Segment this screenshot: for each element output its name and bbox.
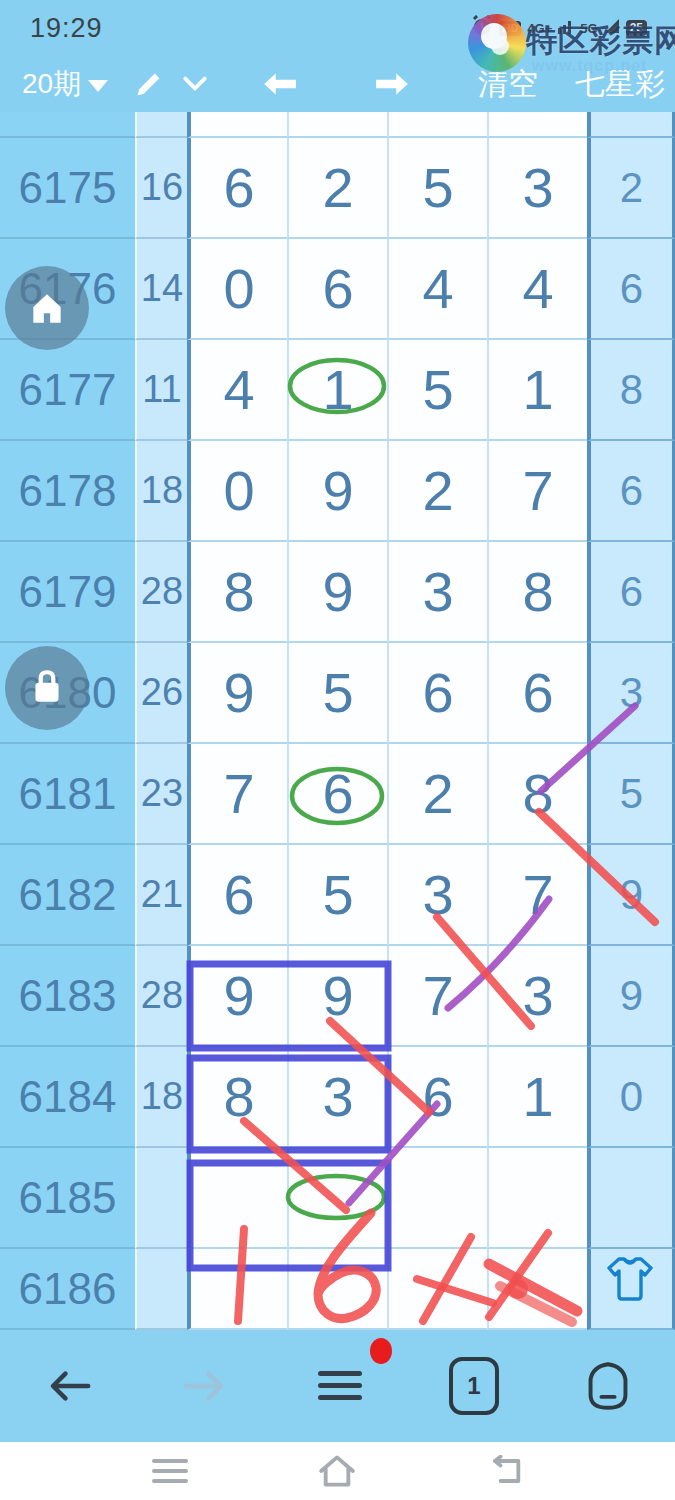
grid-row-6180: 61802695663 [0,643,675,744]
digit-cell[interactable]: 9 [287,946,387,1047]
tail-cell[interactable]: 2 [587,138,675,239]
menu-icon [318,1371,362,1401]
digit-cell[interactable]: 2 [287,138,387,239]
system-menu-icon [152,1459,188,1483]
shirt-skin-button[interactable] [604,1256,656,1306]
grid-row-6185: 6185 [0,1148,675,1249]
digit-cell[interactable]: 4 [487,239,587,340]
digit-cell[interactable] [387,1249,487,1330]
digit-cell[interactable]: 5 [387,340,487,441]
period-cell: 6179 [0,542,135,643]
digit-cell[interactable]: 8 [187,542,287,643]
digit-cell[interactable]: 3 [287,1047,387,1148]
tail-cell[interactable] [587,1148,675,1249]
digit-cell[interactable]: 3 [387,845,487,946]
digit-cell[interactable]: 7 [187,744,287,845]
digit-cell[interactable]: 1 [487,340,587,441]
pencil-icon [134,69,164,99]
sum-cell: 16 [135,138,187,239]
grid-row-6176: 61761406446 [0,239,675,340]
lock-fab-button[interactable] [5,646,89,730]
digit-cell[interactable]: 0 [187,239,287,340]
digit-cell[interactable]: 2 [387,744,487,845]
system-home-icon [317,1454,357,1488]
digit-cell[interactable] [387,112,487,138]
digit-cell[interactable]: 5 [287,643,387,744]
digit-cell[interactable]: 9 [187,643,287,744]
period-cell: 6184 [0,1047,135,1148]
digit-cell[interactable] [487,1148,587,1249]
sum-cell: 26 [135,643,187,744]
digit-cell[interactable]: 6 [287,744,387,845]
arrow-right-icon [374,72,410,96]
grid-row-6179: 61792889386 [0,542,675,643]
digit-cell[interactable]: 8 [487,542,587,643]
browser-nav-bar: 1 [0,1330,675,1442]
digit-cell[interactable]: 8 [487,744,587,845]
arrow-left-icon [262,72,298,96]
digit-cell[interactable]: 4 [187,340,287,441]
period-cell: 6182 [0,845,135,946]
digit-cell[interactable]: 5 [387,138,487,239]
back-arrow-icon [47,1369,93,1403]
digit-cell[interactable]: 6 [187,138,287,239]
digit-cell[interactable]: 6 [287,239,387,340]
lock-icon [28,667,66,709]
app-squircle-icon [584,1360,632,1412]
nav-back-button[interactable] [30,1330,110,1442]
digit-cell[interactable]: 9 [287,542,387,643]
period-selector[interactable]: 20期 [22,56,108,112]
redo-right-button[interactable] [374,56,410,112]
tail-cell[interactable]: 3 [587,643,675,744]
sum-cell [135,1148,187,1249]
system-back-button[interactable] [465,1442,545,1500]
digit-cell[interactable]: 7 [487,845,587,946]
period-cell: 6178 [0,441,135,542]
home-icon [25,287,69,329]
tail-cell[interactable]: 9 [587,946,675,1047]
period-cell: 6175 [0,138,135,239]
sum-cell: 11 [135,340,187,441]
digit-cell[interactable]: 6 [487,643,587,744]
grid-row-6175: 61751662532 [0,138,675,239]
digit-cell[interactable]: 6 [387,1047,487,1148]
tail-cell[interactable]: 8 [587,340,675,441]
system-home-button[interactable] [297,1442,377,1500]
sum-cell: 28 [135,946,187,1047]
watermark-title: 特区彩票网 [526,20,675,62]
digit-cell[interactable]: 7 [487,441,587,542]
grid-row-6177: 61771141518 [0,340,675,441]
tail-cell[interactable]: 6 [587,542,675,643]
digit-cell[interactable]: 1 [487,1047,587,1148]
period-cell: 6181 [0,744,135,845]
sum-cell: 18 [135,441,187,542]
sum-cell: 18 [135,1047,187,1148]
sum-cell: 23 [135,744,187,845]
sum-cell [135,1249,187,1330]
grid-row-6182: 61822165379 [0,845,675,946]
grid-row-6181: 61812376285 [0,744,675,845]
pencil-tool-button[interactable] [134,56,164,112]
digit-cell[interactable]: 9 [187,946,287,1047]
digit-cell[interactable]: 4 [387,239,487,340]
system-nav-bar [0,1442,675,1500]
tab-counter-icon: 1 [449,1357,499,1415]
tail-cell[interactable]: 5 [587,744,675,845]
period-cell: 6186 [0,1249,135,1330]
trend-chart-grid[interactable]: 6175166253261761406446617711415186178180… [0,112,675,1330]
nav-forward-button[interactable] [164,1330,244,1442]
nav-app-button[interactable] [568,1330,648,1442]
digit-cell[interactable] [187,1148,287,1249]
digit-cell[interactable]: 6 [187,845,287,946]
period-cell [0,112,135,138]
digit-cell[interactable]: 8 [187,1047,287,1148]
tail-cell[interactable]: 6 [587,239,675,340]
period-cell: 6177 [0,340,135,441]
system-menu-button[interactable] [130,1442,210,1500]
sum-cell: 28 [135,542,187,643]
digit-cell[interactable] [287,1148,387,1249]
system-back-icon [485,1455,525,1487]
chevron-down-icon [182,75,208,93]
tail-cell[interactable]: 9 [587,845,675,946]
clock-time: 19:29 [30,13,103,44]
grid-row-6183: 61832899739 [0,946,675,1047]
digit-cell[interactable] [387,1148,487,1249]
grid-row-6184: 61841883610 [0,1047,675,1148]
period-cell: 6185 [0,1148,135,1249]
period-selector-label: 20期 [22,65,81,103]
digit-cell[interactable]: 5 [287,845,387,946]
digit-cell[interactable] [287,1249,387,1330]
sum-cell: 14 [135,239,187,340]
nav-menu-button[interactable] [300,1330,380,1442]
digit-cell[interactable]: 7 [387,946,487,1047]
digit-cell[interactable] [187,1249,287,1330]
digit-cell[interactable] [487,1249,587,1330]
digit-cell[interactable]: 1 [287,340,387,441]
digit-cell[interactable] [487,112,587,138]
grid-row-6186: 6186 [0,1249,675,1330]
sum-cell: 21 [135,845,187,946]
tail-cell[interactable]: 0 [587,1047,675,1148]
shirt-icon [604,1256,656,1302]
digit-cell[interactable]: 3 [387,542,487,643]
dropdown-triangle-icon [88,80,108,92]
digit-cell[interactable]: 2 [387,441,487,542]
digit-cell[interactable]: 0 [187,441,287,542]
period-cell: 6183 [0,946,135,1047]
digit-cell[interactable] [287,112,387,138]
sum-cell [135,112,187,138]
watermark-url: www.tqcp.net [532,57,647,75]
forward-arrow-icon [181,1369,227,1403]
home-fab-button[interactable] [5,266,89,350]
tail-cell[interactable]: 6 [587,441,675,542]
digit-cell[interactable]: 6 [387,643,487,744]
digit-cell[interactable]: 3 [487,138,587,239]
grid-row-partial [0,112,675,138]
nav-tabs-button[interactable]: 1 [434,1330,514,1442]
digit-cell[interactable] [187,112,287,138]
digit-cell[interactable]: 3 [487,946,587,1047]
undo-left-button[interactable] [262,56,298,112]
menu-red-dot-badge [370,1338,392,1364]
watermark-logo-icon [468,14,526,72]
tool-dropdown-chevron[interactable] [182,56,208,112]
phone-screen: 19:29 HD 4G+ 5G 25 特区彩票网 www.tqcp.net 20… [0,0,675,1500]
tail-cell[interactable] [587,112,675,138]
grid-row-6178: 61781809276 [0,441,675,542]
digit-cell[interactable]: 9 [287,441,387,542]
